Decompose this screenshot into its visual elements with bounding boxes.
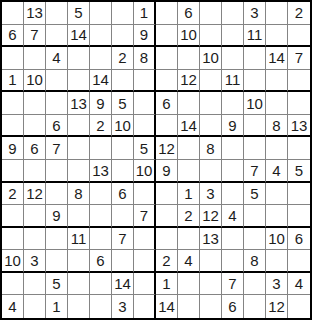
cell-r11-c2[interactable] [24,228,46,251]
given-digit: 9 [52,208,60,223]
given-digit: 2 [162,253,170,268]
cell-r3-c9[interactable] [178,47,200,70]
cell-r14-c8: 14 [156,295,178,318]
given-digit: 4 [228,208,236,223]
given-digit: 12 [180,72,197,87]
cell-r7-c9[interactable] [178,137,200,160]
cell-r11-c12[interactable] [244,228,266,251]
cell-r4-c2: 10 [24,70,46,93]
given-digit: 9 [140,27,148,42]
given-digit: 3 [30,253,38,268]
given-digit: 13 [92,163,109,178]
cell-r11-c7[interactable] [134,228,156,251]
cell-r12-c12: 8 [244,250,266,273]
cell-r4-c11: 11 [222,70,244,93]
cell-r7-c8: 12 [156,137,178,160]
cell-r6-c1[interactable] [2,115,24,138]
cell-r5-c5: 9 [90,92,112,115]
cell-r12-c4[interactable] [68,250,90,273]
cell-r4-c12[interactable] [244,70,266,93]
cell-r7-c12[interactable] [244,137,266,160]
cell-r12-c3[interactable] [46,250,68,273]
given-digit: 1 [184,186,192,201]
cell-r3-c8[interactable] [156,47,178,70]
cell-r11-c8[interactable] [156,228,178,251]
cell-r11-c1[interactable] [2,228,24,251]
cell-r8-c8: 9 [156,160,178,183]
cell-r4-c6[interactable] [112,70,134,93]
cell-r10-c2[interactable] [24,205,46,228]
given-digit: 12 [268,299,285,314]
given-digit: 6 [8,27,16,42]
cell-r9-c10: 3 [200,183,222,206]
given-digit: 7 [228,276,236,291]
cell-r10-c10: 12 [200,205,222,228]
cell-r4-c8[interactable] [156,70,178,93]
given-digit: 13 [26,5,43,20]
cell-r12-c13[interactable] [266,250,288,273]
cell-r13-c3: 5 [46,273,68,296]
cell-r14-c12[interactable] [244,295,266,318]
cell-r3-c5[interactable] [90,47,112,70]
given-digit: 11 [247,27,263,42]
given-digit: 6 [162,96,170,111]
cell-r12-c10[interactable] [200,250,222,273]
cell-r6-c9: 14 [178,115,200,138]
cell-r14-c14[interactable] [288,295,310,318]
cell-r13-c2[interactable] [24,273,46,296]
cell-r5-c4: 13 [68,92,90,115]
given-digit: 7 [52,141,60,156]
cell-r4-c3[interactable] [46,70,68,93]
given-digit: 4 [8,299,16,314]
cell-r9-c14[interactable] [288,183,310,206]
cell-r14-c3: 1 [46,295,68,318]
cell-r13-c1[interactable] [2,273,24,296]
cell-r11-c3[interactable] [46,228,68,251]
given-digit: 1 [140,5,148,20]
cell-r9-c8[interactable] [156,183,178,206]
cell-r2-c4: 14 [68,25,90,48]
given-digit: 6 [30,141,38,156]
cell-r1-c6[interactable] [112,2,134,25]
cell-r9-c13[interactable] [266,183,288,206]
cell-r13-c7[interactable] [134,273,156,296]
cell-r6-c3: 6 [46,115,68,138]
cell-r11-c5[interactable] [90,228,112,251]
given-digit: 5 [74,5,82,20]
given-digit: 13 [202,231,219,246]
given-digit: 1 [162,276,170,291]
cell-r12-c7[interactable] [134,250,156,273]
given-digit: 12 [26,186,43,201]
cell-r3-c10: 10 [200,47,222,70]
given-digit: 4 [272,163,280,178]
cell-r2-c13[interactable] [266,25,288,48]
cell-r1-c3[interactable] [46,2,68,25]
cell-r5-c1[interactable] [2,92,24,115]
cell-r13-c13: 3 [266,273,288,296]
cell-r9-c2: 12 [24,183,46,206]
cell-r5-c6: 5 [112,92,134,115]
cell-r4-c5: 14 [90,70,112,93]
cell-r13-c5[interactable] [90,273,112,296]
given-digit: 6 [96,253,104,268]
given-digit: 7 [118,231,126,246]
given-digit: 10 [180,27,197,42]
cell-r7-c4[interactable] [68,137,90,160]
cell-r9-c3[interactable] [46,183,68,206]
cell-r8-c11[interactable] [222,160,244,183]
cell-r12-c11[interactable] [222,250,244,273]
given-digit: 5 [52,276,60,291]
cell-r2-c12: 11 [244,25,266,48]
cell-r10-c11: 4 [222,205,244,228]
given-digit: 14 [158,299,175,314]
cell-r6-c10[interactable] [200,115,222,138]
cell-r2-c2: 7 [24,25,46,48]
cell-r8-c7: 10 [134,160,156,183]
given-digit: 3 [250,5,258,20]
cell-r11-c9[interactable] [178,228,200,251]
cell-r10-c13[interactable] [266,205,288,228]
cell-r8-c4[interactable] [68,160,90,183]
cell-r8-c6[interactable] [112,160,134,183]
cell-r1-c9: 6 [178,2,200,25]
cell-r6-c7[interactable] [134,115,156,138]
cell-r6-c14: 13 [288,115,310,138]
cell-r14-c6: 3 [112,295,134,318]
cell-r6-c6: 10 [112,115,134,138]
cell-r9-c11[interactable] [222,183,244,206]
cell-r7-c6[interactable] [112,137,134,160]
cell-r3-c4[interactable] [68,47,90,70]
cell-r1-c8[interactable] [156,2,178,25]
given-digit: 5 [140,141,148,156]
cell-r10-c9: 2 [178,205,200,228]
given-digit: 1 [8,72,16,87]
given-digit: 8 [250,253,258,268]
cell-r5-c14[interactable] [288,92,310,115]
cell-r3-c1[interactable] [2,47,24,70]
given-digit: 8 [140,50,148,65]
given-digit: 7 [295,50,303,65]
cell-r5-c10[interactable] [200,92,222,115]
cell-r10-c5[interactable] [90,205,112,228]
cell-r5-c7[interactable] [134,92,156,115]
cell-r2-c6[interactable] [112,25,134,48]
cell-r14-c7[interactable] [134,295,156,318]
given-digit: 1 [52,299,60,314]
cell-r3-c11[interactable] [222,47,244,70]
given-digit: 14 [114,276,131,291]
cell-r5-c2[interactable] [24,92,46,115]
cell-r3-c14: 7 [288,47,310,70]
cell-r3-c12[interactable] [244,47,266,70]
given-digit: 4 [52,50,60,65]
cell-r7-c10: 8 [200,137,222,160]
cell-r3-c13: 14 [266,47,288,70]
cell-r2-c5[interactable] [90,25,112,48]
cell-r4-c13[interactable] [266,70,288,93]
cell-r2-c8[interactable] [156,25,178,48]
given-digit: 3 [272,276,280,291]
given-digit: 8 [206,141,214,156]
given-digit: 12 [158,141,175,156]
given-digit: 2 [96,118,104,133]
cell-r10-c3: 9 [46,205,68,228]
given-digit: 13 [70,96,87,111]
cell-r1-c7: 1 [134,2,156,25]
given-digit: 13 [291,118,308,133]
cell-r11-c6: 7 [112,228,134,251]
cell-r13-c11: 7 [222,273,244,296]
cell-r10-c8[interactable] [156,205,178,228]
cell-r13-c10[interactable] [200,273,222,296]
given-digit: 2 [118,50,126,65]
cell-r10-c12[interactable] [244,205,266,228]
cell-r11-c10: 13 [200,228,222,251]
given-digit: 6 [184,5,192,20]
cell-r5-c11[interactable] [222,92,244,115]
cell-r14-c2[interactable] [24,295,46,318]
cell-r1-c2: 13 [24,2,46,25]
given-digit: 10 [136,163,153,178]
cell-r2-c7: 9 [134,25,156,48]
cell-r11-c13: 10 [266,228,288,251]
given-digit: 7 [30,27,38,42]
given-digit: 2 [295,5,303,20]
cell-r10-c4[interactable] [68,205,90,228]
cell-r14-c10[interactable] [200,295,222,318]
given-digit: 3 [118,299,126,314]
given-digit: 10 [4,253,21,268]
cell-r13-c4[interactable] [68,273,90,296]
given-digit: 6 [228,299,236,314]
given-digit: 4 [184,253,192,268]
cell-r7-c13[interactable] [266,137,288,160]
cell-r2-c10[interactable] [200,25,222,48]
cell-r8-c13: 4 [266,160,288,183]
given-digit: 6 [52,118,60,133]
given-digit: 7 [140,208,148,223]
cell-r3-c7: 8 [134,47,156,70]
cell-r7-c11[interactable] [222,137,244,160]
cell-r5-c9[interactable] [178,92,200,115]
given-digit: 2 [8,186,16,201]
cell-r6-c5: 2 [90,115,112,138]
cell-r12-c9: 4 [178,250,200,273]
cell-r10-c14[interactable] [288,205,310,228]
cell-r13-c9[interactable] [178,273,200,296]
cell-r6-c13: 8 [266,115,288,138]
cell-r9-c9: 1 [178,183,200,206]
cell-r4-c10[interactable] [200,70,222,93]
cell-r6-c4[interactable] [68,115,90,138]
cell-r5-c8: 6 [156,92,178,115]
cell-r14-c9[interactable] [178,295,200,318]
cell-r5-c3[interactable] [46,92,68,115]
cell-r3-c6: 2 [112,47,134,70]
cell-r14-c1: 4 [2,295,24,318]
cell-r4-c4[interactable] [68,70,90,93]
cell-r10-c6[interactable] [112,205,134,228]
cell-r8-c14: 5 [288,160,310,183]
cell-r1-c10[interactable] [200,2,222,25]
cell-r14-c11: 6 [222,295,244,318]
cell-r4-c7[interactable] [134,70,156,93]
given-digit: 10 [114,118,131,133]
given-digit: 5 [250,186,258,201]
cell-r4-c1: 1 [2,70,24,93]
cell-r11-c11[interactable] [222,228,244,251]
cell-r7-c5[interactable] [90,137,112,160]
cell-r1-c1[interactable] [2,2,24,25]
cell-r12-c6[interactable] [112,250,134,273]
cell-r9-c5[interactable] [90,183,112,206]
cell-r12-c2: 3 [24,250,46,273]
given-digit: 6 [295,231,303,246]
given-digit: 9 [8,141,16,156]
cell-r7-c1: 9 [2,137,24,160]
given-digit: 2 [184,208,192,223]
given-digit: 4 [295,276,303,291]
given-digit: 9 [162,163,170,178]
given-digit: 6 [118,186,126,201]
cell-r7-c3: 7 [46,137,68,160]
given-digit: 9 [228,118,236,133]
given-digit: 11 [71,231,87,246]
cell-r12-c5: 6 [90,250,112,273]
cell-r1-c12: 3 [244,2,266,25]
given-digit: 11 [225,72,241,87]
cell-r7-c2: 6 [24,137,46,160]
cell-r5-c13[interactable] [266,92,288,115]
cell-r8-c2[interactable] [24,160,46,183]
cell-r3-c3: 4 [46,47,68,70]
cell-r4-c9: 12 [178,70,200,93]
cell-r9-c7[interactable] [134,183,156,206]
cell-r3-c2[interactable] [24,47,46,70]
given-digit: 8 [272,118,280,133]
cell-r2-c3[interactable] [46,25,68,48]
cell-r1-c14: 2 [288,2,310,25]
cell-r1-c4: 5 [68,2,90,25]
cell-r6-c8[interactable] [156,115,178,138]
cell-r13-c8: 1 [156,273,178,296]
cell-r11-c4: 11 [68,228,90,251]
cell-r6-c11: 9 [222,115,244,138]
cell-r9-c12: 5 [244,183,266,206]
cell-r7-c7: 5 [134,137,156,160]
given-digit: 12 [202,208,219,223]
cell-r14-c5[interactable] [90,295,112,318]
cell-r13-c12[interactable] [244,273,266,296]
cell-r2-c9: 10 [178,25,200,48]
cell-r1-c5[interactable] [90,2,112,25]
given-digit: 14 [92,72,109,87]
cell-r2-c11[interactable] [222,25,244,48]
cell-r14-c13: 12 [266,295,288,318]
given-digit: 9 [96,96,104,111]
cell-r12-c14[interactable] [288,250,310,273]
given-digit: 10 [246,96,263,111]
given-digit: 10 [268,231,285,246]
given-digit: 10 [26,72,43,87]
given-digit: 14 [180,118,197,133]
cell-r5-c12: 10 [244,92,266,115]
given-digit: 3 [206,186,214,201]
sudoku-board: 1351632671491011428101471101412111395610… [0,0,312,320]
cell-r4-c14[interactable] [288,70,310,93]
cell-r1-c11[interactable] [222,2,244,25]
cell-r13-c6: 14 [112,273,134,296]
given-digit: 8 [74,186,82,201]
cell-r6-c12[interactable] [244,115,266,138]
cell-r8-c3[interactable] [46,160,68,183]
cell-r8-c1[interactable] [2,160,24,183]
cell-r8-c9[interactable] [178,160,200,183]
cell-r12-c1: 10 [2,250,24,273]
cell-r10-c1[interactable] [2,205,24,228]
cell-r9-c4: 8 [68,183,90,206]
cell-r9-c6: 6 [112,183,134,206]
given-digit: 10 [202,50,219,65]
cell-r2-c14[interactable] [288,25,310,48]
cell-r14-c4[interactable] [68,295,90,318]
given-digit: 5 [118,96,126,111]
cell-r8-c12: 7 [244,160,266,183]
given-digit: 7 [250,163,258,178]
cell-r9-c1: 2 [2,183,24,206]
cell-r12-c8: 2 [156,250,178,273]
given-digit: 14 [70,27,87,42]
cell-r1-c13[interactable] [266,2,288,25]
cell-r7-c14[interactable] [288,137,310,160]
cell-r10-c7: 7 [134,205,156,228]
cell-r2-c1: 6 [2,25,24,48]
cell-r11-c14: 6 [288,228,310,251]
cell-r6-c2[interactable] [24,115,46,138]
cell-r8-c5: 13 [90,160,112,183]
cell-r13-c14: 4 [288,273,310,296]
given-digit: 5 [295,163,303,178]
given-digit: 14 [268,50,285,65]
cell-r8-c10[interactable] [200,160,222,183]
